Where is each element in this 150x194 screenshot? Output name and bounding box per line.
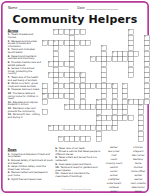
grid-cell[interactable]	[43, 99, 48, 104]
clue-number: 8	[43, 94, 44, 96]
clue-item: 9. Prepares delicious meals.	[8, 88, 42, 91]
across-clues: Across 1. Treats illnesses and injuries.…	[8, 29, 42, 119]
clue-item: 7. Drives a vehicle that takes people to…	[55, 150, 100, 155]
grid-cell[interactable]	[85, 40, 90, 45]
grid-cell[interactable]	[80, 30, 85, 35]
clue-number: 9	[123, 83, 124, 85]
date-input-line[interactable]	[86, 6, 118, 10]
grid-cell[interactable]	[144, 99, 149, 104]
clue-item: 11. Educates and inspires students in sc…	[8, 101, 42, 106]
clue-item: 10. Tends and cares for gardens and gree…	[55, 166, 100, 171]
date-label: Date	[77, 6, 85, 10]
clue-number: 5	[102, 46, 103, 48]
word-bank-entry: Waiter	[127, 189, 150, 193]
clue-item: 12. Maintains order and protects the com…	[8, 107, 42, 112]
grid-cell[interactable]	[133, 51, 138, 56]
clue-item: 5. Fights fires and saves lives.	[8, 178, 53, 181]
clue-number: 9	[129, 99, 130, 101]
clue-item: 4. Repairs and maintains vehicles and ma…	[8, 55, 42, 60]
clue-item: 8. Takes orders and serves food in a res…	[55, 156, 100, 161]
down-clue-list-2: 6. Takes care of our teeth.7. Drives a v…	[55, 147, 100, 178]
clue-item: 6. Takes care of our teeth.	[55, 147, 100, 150]
clue-number: 11	[97, 115, 99, 117]
word-bank: BarberBus DriverChefCoachCrossing GuardD…	[102, 146, 149, 194]
down-clues-col1: Down 1. Collects and disposes of trash a…	[8, 149, 53, 181]
clue-item: 4. Delivers letters and packages to your…	[8, 171, 53, 176]
clue-number: 1	[70, 30, 71, 32]
clue-number: 4	[54, 41, 55, 43]
clue-item: 13. Works with hair, cutting and styling…	[8, 113, 42, 118]
clue-number: 2	[129, 30, 130, 32]
name-date-row: Name Date	[8, 6, 142, 10]
clue-number: 4	[91, 57, 92, 59]
clue-number: 6	[81, 73, 82, 75]
clue-item: 5. Provides medical care and assists pat…	[8, 61, 42, 66]
clue-number: 1	[54, 30, 55, 32]
worksheet-page: Name Date Community Helpers Across 1. Tr…	[0, 0, 150, 194]
clue-item: 7. Takes care of the health and well-bei…	[8, 76, 42, 81]
name-input-line[interactable]	[19, 6, 69, 10]
grid-cell[interactable]	[112, 126, 117, 131]
grid-cell[interactable]	[43, 110, 48, 115]
grid-cell[interactable]	[96, 136, 101, 141]
word-bank-column-2: LibrarianLifeguardMail CarrierMechanicNu…	[127, 146, 150, 194]
clue-number: 13	[59, 137, 61, 139]
clue-item: 1. Treats illnesses and injuries.	[8, 33, 42, 38]
clue-item: 10. Provides a safe and caring home for …	[8, 92, 42, 100]
clue-number: 6	[49, 73, 50, 75]
down-clue-list-1: 1. Collects and disposes of trash and re…	[8, 153, 53, 181]
clue-number: 8	[113, 83, 114, 85]
clue-item: 1. Collects and disposes of trash and re…	[8, 153, 53, 158]
clue-number: 2	[43, 41, 44, 43]
crossword-grid: 112324534566778981091011111213	[43, 30, 150, 142]
grid-cell[interactable]	[128, 72, 133, 77]
clue-number: 12	[49, 126, 51, 128]
down-clues-col2: 6. Takes care of our teeth.7. Drives a v…	[55, 147, 100, 179]
clue-number: 3	[145, 35, 146, 37]
clue-number: 11	[139, 105, 141, 107]
clue-number: 7	[43, 83, 44, 85]
clue-number: 10	[65, 105, 67, 107]
name-label: Name	[8, 6, 17, 10]
clue-number: 3	[113, 51, 114, 53]
down-heading: Down	[8, 149, 53, 152]
across-heading: Across	[8, 29, 42, 32]
page-title: Community Helpers	[3, 13, 148, 26]
grid-cell[interactable]	[139, 136, 144, 141]
copyright-line: © Printable Crossword Puzzle	[43, 188, 110, 190]
grid-cell[interactable]	[85, 136, 90, 141]
clue-item: 2. Manages and provides access to books …	[8, 40, 42, 48]
clue-item: 2. Ensures safety of swimmers at pools a…	[8, 159, 53, 164]
clue-number: 10	[97, 99, 99, 101]
clue-item: 6. Serves in the armed forces, protectin…	[8, 67, 42, 75]
page-border: Name Date Community Helpers Across 1. Tr…	[1, 1, 149, 193]
clue-number: 7	[54, 83, 55, 85]
clue-item: 11. Cleans and maintains the cleanliness…	[55, 172, 100, 177]
across-clue-list: 1. Treats illnesses and injuries.2. Mana…	[8, 33, 42, 118]
word-bank-column-1: BarberBus DriverChefCoachCrossing GuardD…	[102, 146, 125, 194]
grid-cell[interactable]	[128, 115, 133, 120]
clue-item: 3. Trains and motivates sports teams.	[8, 48, 42, 53]
clue-item: 9. Fixes water pipes and drains.	[55, 163, 100, 166]
clue-item: 3. Helps children safely cross the stree…	[8, 165, 53, 170]
clue-item: 8. Works on a farm, grows crops and rais…	[8, 82, 42, 87]
clue-number: 5	[49, 62, 50, 64]
